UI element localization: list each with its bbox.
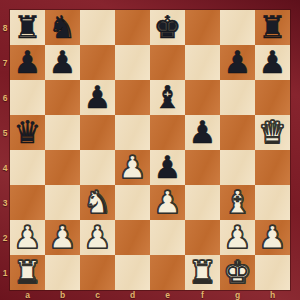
white-pawn: ♟	[119, 150, 147, 185]
square-h1[interactable]	[255, 255, 290, 290]
white-pawn: ♟	[154, 185, 182, 220]
square-b4[interactable]	[45, 150, 80, 185]
white-bishop: ♝	[224, 185, 252, 220]
black-bishop: ♝	[154, 80, 182, 115]
square-d2[interactable]	[115, 220, 150, 255]
rank-label-6: 6	[0, 80, 10, 115]
square-b5[interactable]	[45, 115, 80, 150]
black-pawn: ♟	[84, 80, 112, 115]
file-label-text: a	[25, 290, 30, 300]
square-b3[interactable]	[45, 185, 80, 220]
rank-label-4: 4	[0, 150, 10, 185]
square-d8[interactable]	[115, 10, 150, 45]
square-d3[interactable]	[115, 185, 150, 220]
square-d5[interactable]	[115, 115, 150, 150]
square-b7[interactable]: ♟	[45, 45, 80, 80]
square-e2[interactable]	[150, 220, 185, 255]
file-label-a: a	[10, 290, 45, 300]
file-label-text: f	[201, 290, 204, 300]
square-f5[interactable]: ♟	[185, 115, 220, 150]
black-pawn: ♟	[224, 45, 252, 80]
square-g2[interactable]: ♟	[220, 220, 255, 255]
square-f3[interactable]	[185, 185, 220, 220]
rank-label-text: 5	[3, 128, 8, 138]
square-d1[interactable]	[115, 255, 150, 290]
square-c7[interactable]	[80, 45, 115, 80]
white-rook: ♜	[14, 255, 42, 290]
rank-label-7: 7	[0, 45, 10, 80]
rank-label-2: 2	[0, 220, 10, 255]
rank-label-text: 2	[3, 233, 8, 243]
file-label-b: b	[45, 290, 80, 300]
black-pawn: ♟	[14, 45, 42, 80]
white-pawn: ♟	[14, 220, 42, 255]
square-h2[interactable]: ♟	[255, 220, 290, 255]
square-b2[interactable]: ♟	[45, 220, 80, 255]
square-c4[interactable]	[80, 150, 115, 185]
black-pawn: ♟	[154, 150, 182, 185]
white-queen: ♛	[259, 115, 287, 150]
square-f4[interactable]	[185, 150, 220, 185]
square-c2[interactable]: ♟	[80, 220, 115, 255]
white-king: ♚	[224, 255, 252, 290]
square-b1[interactable]	[45, 255, 80, 290]
square-g4[interactable]	[220, 150, 255, 185]
white-pawn: ♟	[49, 220, 77, 255]
file-label-text: g	[235, 290, 240, 300]
rank-label-text: 8	[3, 23, 8, 33]
square-e7[interactable]	[150, 45, 185, 80]
square-a6[interactable]	[10, 80, 45, 115]
file-label-f: f	[185, 290, 220, 300]
square-e5[interactable]	[150, 115, 185, 150]
square-a4[interactable]	[10, 150, 45, 185]
black-pawn: ♟	[189, 115, 217, 150]
black-rook: ♜	[259, 10, 287, 45]
square-b6[interactable]	[45, 80, 80, 115]
black-pawn: ♟	[259, 45, 287, 80]
square-d4[interactable]: ♟	[115, 150, 150, 185]
square-d7[interactable]	[115, 45, 150, 80]
square-h4[interactable]	[255, 150, 290, 185]
square-f1[interactable]: ♜	[185, 255, 220, 290]
square-a3[interactable]	[10, 185, 45, 220]
square-d6[interactable]	[115, 80, 150, 115]
square-e3[interactable]: ♟	[150, 185, 185, 220]
file-label-d: d	[115, 290, 150, 300]
file-label-text: b	[60, 290, 65, 300]
square-g8[interactable]	[220, 10, 255, 45]
chess-diagram: ♜♞♚♜♟♟♟♟♟♝♛♟♛♟♟♞♟♝♟♟♟♟♟♜♜♚ 87654321 abcd…	[0, 0, 300, 300]
file-label-e: e	[150, 290, 185, 300]
black-knight: ♞	[49, 10, 77, 45]
square-e1[interactable]	[150, 255, 185, 290]
square-a8[interactable]: ♜	[10, 10, 45, 45]
square-a2[interactable]: ♟	[10, 220, 45, 255]
white-rook: ♜	[189, 255, 217, 290]
file-label-text: h	[270, 290, 275, 300]
white-pawn: ♟	[259, 220, 287, 255]
file-label-text: d	[130, 290, 135, 300]
white-knight: ♞	[84, 185, 112, 220]
square-a5[interactable]: ♛	[10, 115, 45, 150]
square-g6[interactable]	[220, 80, 255, 115]
square-f6[interactable]	[185, 80, 220, 115]
rank-label-3: 3	[0, 185, 10, 220]
white-pawn: ♟	[224, 220, 252, 255]
rank-label-8: 8	[0, 10, 10, 45]
square-f2[interactable]	[185, 220, 220, 255]
square-c1[interactable]	[80, 255, 115, 290]
square-e8[interactable]: ♚	[150, 10, 185, 45]
rank-label-text: 1	[3, 268, 8, 278]
square-h7[interactable]: ♟	[255, 45, 290, 80]
rank-label-text: 6	[3, 93, 8, 103]
rank-label-1: 1	[0, 255, 10, 290]
square-b8[interactable]: ♞	[45, 10, 80, 45]
square-a1[interactable]: ♜	[10, 255, 45, 290]
square-f8[interactable]	[185, 10, 220, 45]
white-pawn: ♟	[84, 220, 112, 255]
square-c3[interactable]: ♞	[80, 185, 115, 220]
file-label-text: c	[95, 290, 100, 300]
square-e4[interactable]: ♟	[150, 150, 185, 185]
square-g5[interactable]	[220, 115, 255, 150]
rank-label-text: 7	[3, 58, 8, 68]
square-c5[interactable]	[80, 115, 115, 150]
file-label-g: g	[220, 290, 255, 300]
square-h5[interactable]: ♛	[255, 115, 290, 150]
square-g3[interactable]: ♝	[220, 185, 255, 220]
square-c6[interactable]: ♟	[80, 80, 115, 115]
rank-label-5: 5	[0, 115, 10, 150]
square-f7[interactable]	[185, 45, 220, 80]
rank-label-text: 3	[3, 198, 8, 208]
square-h8[interactable]: ♜	[255, 10, 290, 45]
file-label-c: c	[80, 290, 115, 300]
square-c8[interactable]	[80, 10, 115, 45]
black-queen: ♛	[14, 115, 42, 150]
file-label-h: h	[255, 290, 290, 300]
square-h6[interactable]	[255, 80, 290, 115]
square-g1[interactable]: ♚	[220, 255, 255, 290]
file-label-text: e	[165, 290, 170, 300]
square-g7[interactable]: ♟	[220, 45, 255, 80]
black-pawn: ♟	[49, 45, 77, 80]
file-labels: abcdefgh	[10, 290, 290, 300]
chess-board: ♜♞♚♜♟♟♟♟♟♝♛♟♛♟♟♞♟♝♟♟♟♟♟♜♜♚	[10, 10, 290, 290]
square-h3[interactable]	[255, 185, 290, 220]
rank-label-text: 4	[3, 163, 8, 173]
square-a7[interactable]: ♟	[10, 45, 45, 80]
black-king: ♚	[154, 10, 182, 45]
rank-labels: 87654321	[0, 10, 10, 290]
square-e6[interactable]: ♝	[150, 80, 185, 115]
black-rook: ♜	[14, 10, 42, 45]
